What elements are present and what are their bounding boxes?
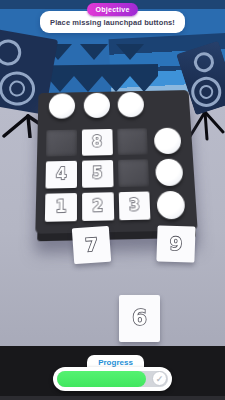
progress-bar: ✓ — [53, 367, 172, 391]
blank-cell — [151, 98, 182, 124]
check-icon: ✓ — [152, 371, 167, 386]
board-tile-4: 4 — [45, 161, 76, 189]
tile-digit: 6 — [132, 308, 147, 329]
launchpad-board: 845123 — [35, 90, 197, 234]
empty-slot-r2c2[interactable] — [118, 159, 150, 187]
progress-label: Progress — [98, 358, 133, 367]
objective-badge-label: Objective — [95, 6, 129, 13]
pad-circle-r0c0 — [47, 100, 77, 126]
pad-circle-r3c3 — [155, 191, 188, 220]
speaker-cone-icon — [187, 73, 225, 111]
board-tile-2: 2 — [82, 192, 114, 221]
board-tile-1: 1 — [45, 193, 77, 222]
progress-track: ✓ — [57, 371, 168, 387]
launchpad-grid: 845123 — [35, 90, 197, 234]
loose-tile-7[interactable]: 7 — [72, 226, 111, 264]
pad-circle-r0c1 — [82, 99, 112, 125]
speaker-cone-icon — [191, 50, 216, 75]
game-screen: Place missing launchpad buttons! Objecti… — [0, 0, 225, 400]
pad-circle-r2c3 — [153, 159, 185, 187]
pad-circle-r1c3 — [152, 128, 184, 155]
loose-tile-9[interactable]: 9 — [156, 225, 195, 262]
speaker-cone-icon — [0, 37, 23, 67]
board-tile-3: 3 — [118, 191, 150, 220]
pad-circle-r0c2 — [116, 98, 147, 124]
board-tile-8: 8 — [82, 129, 113, 156]
loose-tile-6[interactable]: 6 — [119, 295, 160, 342]
board-tile-5: 5 — [82, 160, 113, 188]
speaker-cone-icon — [0, 69, 38, 109]
tile-digit: 7 — [85, 236, 99, 255]
empty-slot-r1c2[interactable] — [117, 128, 148, 155]
progress-fill — [57, 371, 146, 387]
tile-digit: 9 — [169, 235, 182, 253]
objective-badge: Objective — [87, 3, 138, 16]
empty-slot-r1c0[interactable] — [46, 130, 77, 157]
objective-text: Place missing launchpad buttons! — [50, 18, 175, 27]
footer-strip — [0, 396, 225, 400]
